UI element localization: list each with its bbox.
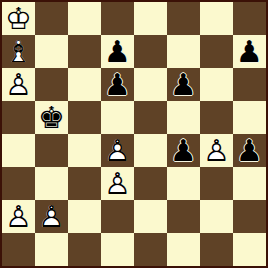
square-e2[interactable] — [134, 200, 167, 233]
white-bishop[interactable]: ♝♗ — [2, 35, 35, 68]
square-d8[interactable] — [101, 2, 134, 35]
square-a8[interactable]: ♚♔ — [2, 2, 35, 35]
square-d1[interactable] — [101, 233, 134, 266]
square-a5[interactable] — [2, 101, 35, 134]
square-c3[interactable] — [68, 167, 101, 200]
square-b7[interactable] — [35, 35, 68, 68]
white-piece-outline-glyph: ♙ — [2, 68, 35, 101]
square-b1[interactable] — [35, 233, 68, 266]
square-e8[interactable] — [134, 2, 167, 35]
square-f6[interactable]: ♟ — [167, 68, 200, 101]
square-d6[interactable]: ♟ — [101, 68, 134, 101]
square-h6[interactable] — [233, 68, 266, 101]
black-pawn[interactable]: ♟ — [233, 35, 266, 68]
square-c8[interactable] — [68, 2, 101, 35]
black-pawn[interactable]: ♟ — [101, 35, 134, 68]
square-f7[interactable] — [167, 35, 200, 68]
square-h2[interactable] — [233, 200, 266, 233]
square-f4[interactable]: ♟ — [167, 134, 200, 167]
square-b6[interactable] — [35, 68, 68, 101]
white-pawn[interactable]: ♟♙ — [35, 200, 68, 233]
square-b5[interactable]: ♚ — [35, 101, 68, 134]
chess-board: ♚♔♝♗♟♟♟♙♟♟♚♟♙♟♟♙♟♟♙♟♙♟♙ — [2, 2, 266, 266]
square-h5[interactable] — [233, 101, 266, 134]
black-pawn[interactable]: ♟ — [167, 68, 200, 101]
square-h8[interactable] — [233, 2, 266, 35]
black-piece-glyph: ♟ — [233, 35, 266, 68]
square-h7[interactable]: ♟ — [233, 35, 266, 68]
square-e5[interactable] — [134, 101, 167, 134]
square-g6[interactable] — [200, 68, 233, 101]
square-c7[interactable] — [68, 35, 101, 68]
black-piece-glyph: ♚ — [35, 101, 68, 134]
square-b3[interactable] — [35, 167, 68, 200]
square-h3[interactable] — [233, 167, 266, 200]
white-piece-outline-glyph: ♙ — [2, 200, 35, 233]
square-h1[interactable] — [233, 233, 266, 266]
square-d3[interactable]: ♟♙ — [101, 167, 134, 200]
white-piece-outline-glyph: ♔ — [2, 2, 35, 35]
black-pawn[interactable]: ♟ — [101, 68, 134, 101]
square-b2[interactable]: ♟♙ — [35, 200, 68, 233]
white-pawn[interactable]: ♟♙ — [101, 167, 134, 200]
square-d7[interactable]: ♟ — [101, 35, 134, 68]
square-g7[interactable] — [200, 35, 233, 68]
black-piece-glyph: ♟ — [101, 68, 134, 101]
square-g5[interactable] — [200, 101, 233, 134]
black-pawn[interactable]: ♟ — [233, 134, 266, 167]
square-c4[interactable] — [68, 134, 101, 167]
white-piece-outline-glyph: ♙ — [200, 134, 233, 167]
white-piece-outline-glyph: ♙ — [35, 200, 68, 233]
square-g1[interactable] — [200, 233, 233, 266]
square-f5[interactable] — [167, 101, 200, 134]
square-b4[interactable] — [35, 134, 68, 167]
square-a1[interactable] — [2, 233, 35, 266]
black-piece-glyph: ♟ — [233, 134, 266, 167]
square-f8[interactable] — [167, 2, 200, 35]
white-piece-outline-glyph: ♙ — [101, 134, 134, 167]
square-d4[interactable]: ♟♙ — [101, 134, 134, 167]
white-pawn[interactable]: ♟♙ — [101, 134, 134, 167]
white-piece-outline-glyph: ♗ — [2, 35, 35, 68]
white-pawn[interactable]: ♟♙ — [2, 68, 35, 101]
square-c5[interactable] — [68, 101, 101, 134]
square-d2[interactable] — [101, 200, 134, 233]
white-pawn[interactable]: ♟♙ — [2, 200, 35, 233]
square-h4[interactable]: ♟ — [233, 134, 266, 167]
square-a2[interactable]: ♟♙ — [2, 200, 35, 233]
square-e4[interactable] — [134, 134, 167, 167]
white-pawn[interactable]: ♟♙ — [200, 134, 233, 167]
square-g4[interactable]: ♟♙ — [200, 134, 233, 167]
black-piece-glyph: ♟ — [167, 68, 200, 101]
square-a3[interactable] — [2, 167, 35, 200]
black-king[interactable]: ♚ — [35, 101, 68, 134]
black-piece-glyph: ♟ — [167, 134, 200, 167]
square-e6[interactable] — [134, 68, 167, 101]
square-c2[interactable] — [68, 200, 101, 233]
square-c6[interactable] — [68, 68, 101, 101]
white-piece-outline-glyph: ♙ — [101, 167, 134, 200]
square-g2[interactable] — [200, 200, 233, 233]
square-f1[interactable] — [167, 233, 200, 266]
square-g8[interactable] — [200, 2, 233, 35]
square-a6[interactable]: ♟♙ — [2, 68, 35, 101]
square-a7[interactable]: ♝♗ — [2, 35, 35, 68]
square-f2[interactable] — [167, 200, 200, 233]
chess-board-frame: ♚♔♝♗♟♟♟♙♟♟♚♟♙♟♟♙♟♟♙♟♙♟♙ — [0, 0, 268, 268]
square-b8[interactable] — [35, 2, 68, 35]
square-g3[interactable] — [200, 167, 233, 200]
square-a4[interactable] — [2, 134, 35, 167]
black-piece-glyph: ♟ — [101, 35, 134, 68]
square-e7[interactable] — [134, 35, 167, 68]
square-e3[interactable] — [134, 167, 167, 200]
black-pawn[interactable]: ♟ — [167, 134, 200, 167]
square-c1[interactable] — [68, 233, 101, 266]
square-e1[interactable] — [134, 233, 167, 266]
square-d5[interactable] — [101, 101, 134, 134]
square-f3[interactable] — [167, 167, 200, 200]
white-king[interactable]: ♚♔ — [2, 2, 35, 35]
